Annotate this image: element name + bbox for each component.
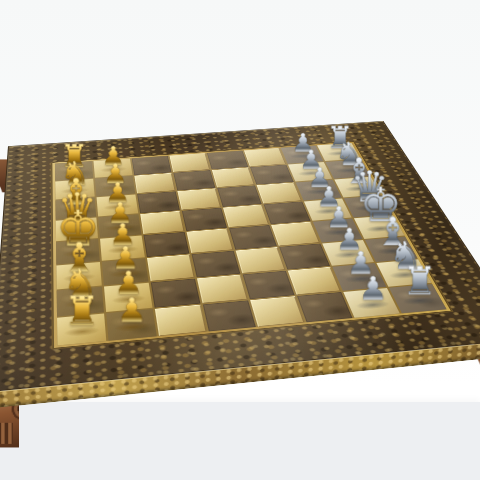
square-b4[interactable] (173, 170, 215, 190)
square-d3[interactable] (140, 211, 184, 234)
studio-scene: ♜♟♟♜♞♟♟♞♝♟♟♝♛♟♟♛♚♟♟♚♝♟♟♝♞♟♟♞♜♟♟♜ (0, 0, 480, 480)
square-g5[interactable] (243, 271, 295, 299)
checkerboard-grid: ♜♟♟♜♞♟♟♞♝♟♟♝♛♟♟♛♚♟♟♚♝♟♟♝♞♟♟♞♜♟♟♜ (55, 143, 447, 346)
square-c4[interactable] (177, 188, 220, 210)
square-h2[interactable]: ♟ (106, 309, 157, 341)
square-f4[interactable] (192, 251, 241, 278)
square-e5[interactable] (229, 225, 277, 249)
square-h5[interactable] (250, 296, 304, 327)
square-h4[interactable] (203, 300, 256, 331)
square-h3[interactable] (155, 305, 207, 336)
square-h1[interactable]: ♜ (57, 313, 106, 345)
chess-board: ♜♟♟♜♞♟♟♞♝♟♟♝♛♟♟♛♚♟♟♚♝♟♟♝♞♟♟♞♜♟♟♜ (0, 121, 480, 392)
square-g3[interactable] (151, 279, 201, 308)
square-d4[interactable] (182, 208, 227, 231)
square-a4[interactable] (169, 153, 210, 172)
square-h6[interactable] (297, 292, 352, 322)
square-a6[interactable] (244, 148, 286, 167)
square-f3[interactable] (147, 254, 195, 281)
checkerboard-brass-border: ♜♟♟♜♞♟♟♞♝♟♟♝♛♟♟♛♚♟♟♚♝♟♟♝♞♟♟♞♜♟♟♜ (51, 141, 454, 350)
square-a3[interactable] (132, 156, 172, 175)
piece-black-rook[interactable]: ♜ (402, 262, 436, 300)
square-e3[interactable] (144, 232, 190, 257)
piece-black-pawn[interactable]: ♟ (358, 273, 387, 305)
square-e4[interactable] (187, 229, 234, 254)
square-d6[interactable] (264, 202, 311, 225)
perspective-stage: ♜♟♟♜♞♟♟♞♝♟♟♝♛♟♟♛♚♟♟♚♝♟♟♝♞♟♟♞♜♟♟♜ (0, 0, 480, 480)
square-b6[interactable] (250, 165, 293, 185)
square-c5[interactable] (217, 185, 261, 206)
square-c6[interactable] (257, 183, 302, 204)
piece-white-pawn[interactable]: ♟ (117, 294, 147, 327)
piece-white-rook[interactable]: ♜ (63, 292, 99, 332)
square-f5[interactable] (236, 247, 286, 273)
square-f6[interactable] (279, 244, 330, 270)
square-c3[interactable] (137, 191, 180, 213)
square-g6[interactable] (288, 267, 341, 295)
square-b5[interactable] (212, 167, 255, 187)
square-e6[interactable] (271, 222, 320, 246)
square-b3[interactable] (134, 173, 175, 193)
square-g4[interactable] (197, 275, 248, 304)
square-a5[interactable] (207, 151, 248, 170)
square-d5[interactable] (223, 205, 269, 228)
